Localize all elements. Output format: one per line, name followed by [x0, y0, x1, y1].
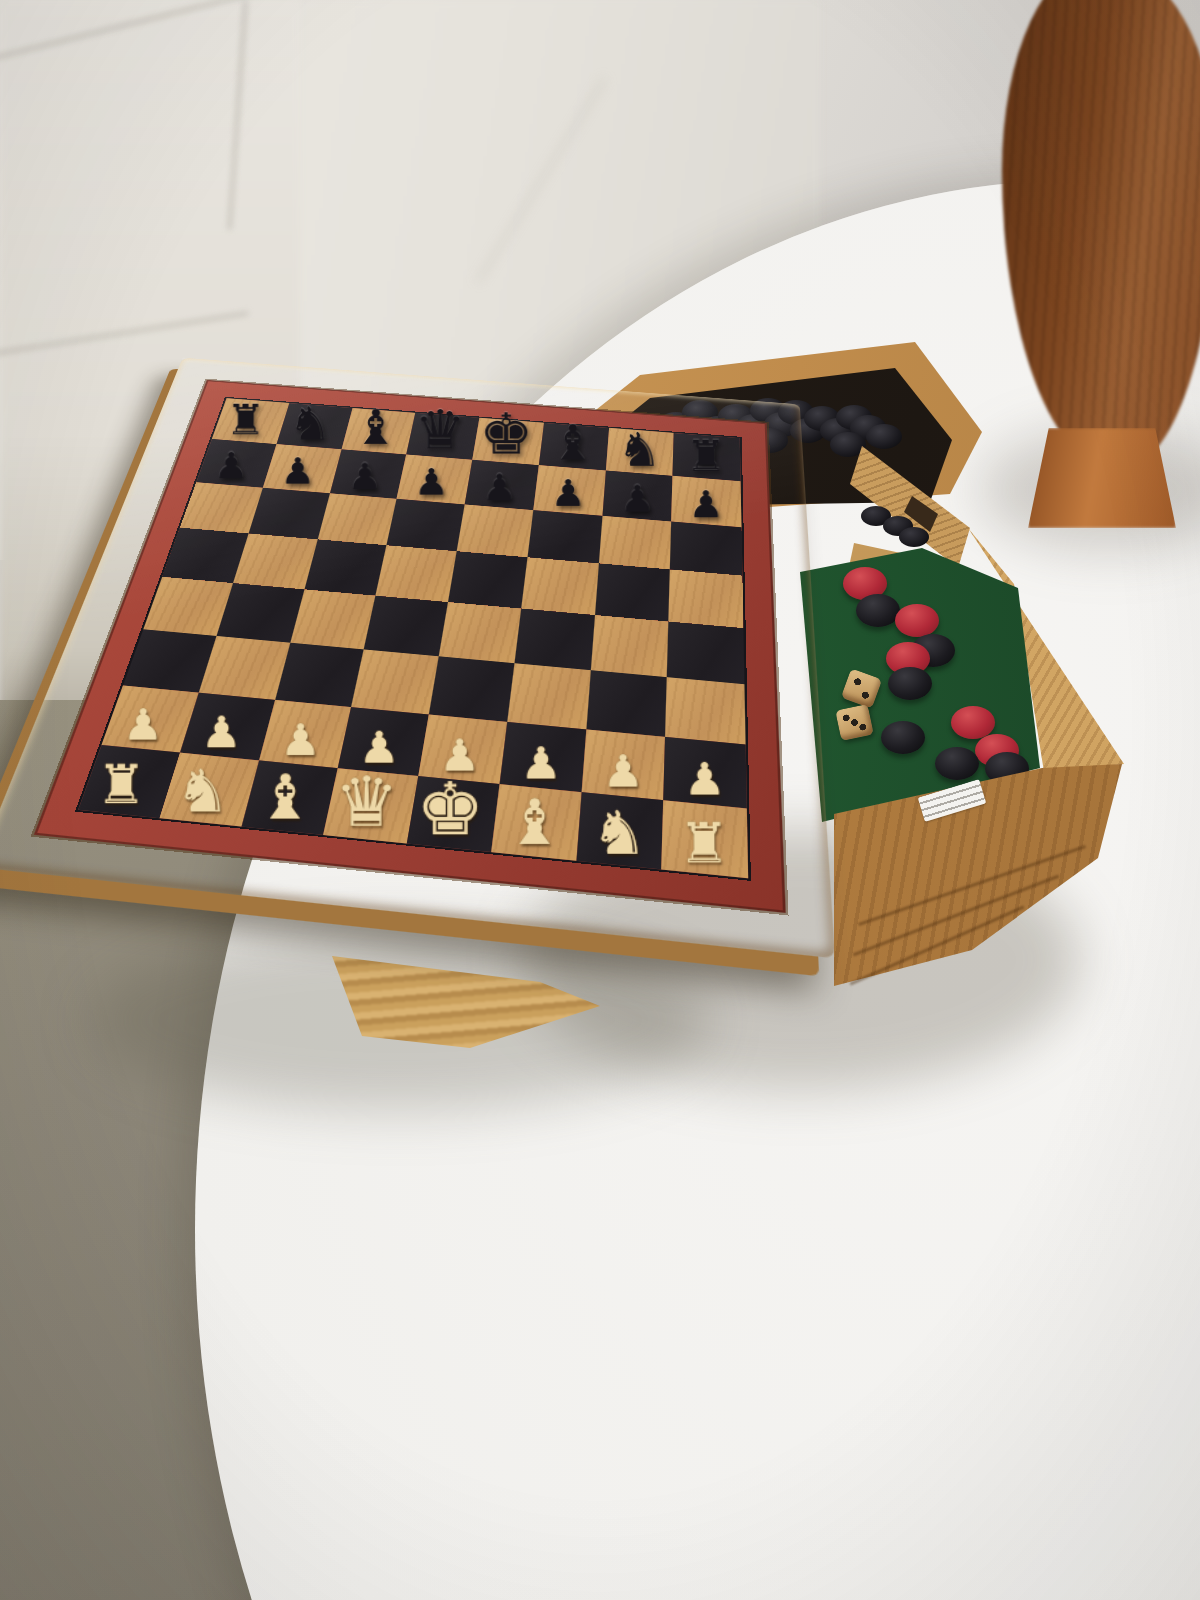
square-f6 — [527, 510, 602, 564]
square-d6 — [387, 498, 465, 551]
square-d7: ♟ — [397, 454, 472, 504]
square-c3 — [275, 642, 364, 706]
square-b6 — [248, 487, 329, 539]
board-red-border: ♜♞♝♛♚♝♞♜♟♟♟♟♟♟♟♟♟♟♟♟♟♟♟♟♜♞♝♛♚♝♞♜ — [34, 380, 786, 913]
white-bishop: ♝ — [242, 767, 326, 828]
square-e5 — [448, 551, 527, 608]
lid-shadow — [90, 930, 710, 1110]
square-h1: ♜ — [662, 800, 749, 878]
square-h4 — [667, 621, 744, 684]
square-a4 — [143, 577, 232, 636]
square-c5 — [304, 540, 387, 596]
square-b7: ♟ — [263, 444, 341, 493]
square-c4 — [290, 589, 376, 649]
square-e7: ♟ — [465, 460, 539, 510]
black-checker — [899, 527, 929, 547]
white-knight: ♞ — [161, 761, 245, 820]
black-rook: ♜ — [213, 399, 279, 441]
white-pawn: ♟ — [500, 742, 582, 786]
black-pawn: ♟ — [197, 448, 265, 484]
black-checker — [888, 667, 932, 700]
square-g1: ♞ — [576, 792, 664, 869]
black-pawn: ♟ — [671, 486, 741, 523]
black-checker — [866, 424, 902, 449]
black-checker — [935, 747, 979, 780]
square-c7: ♟ — [330, 449, 407, 498]
white-knight: ♞ — [576, 802, 661, 862]
black-pawn: ♟ — [533, 475, 602, 512]
red-checker — [895, 604, 939, 637]
black-pawn: ♟ — [465, 469, 534, 506]
white-rook: ♜ — [80, 758, 163, 811]
square-f4 — [514, 608, 594, 669]
black-pawn: ♟ — [602, 480, 671, 517]
square-b4 — [216, 583, 304, 642]
black-king: ♚ — [473, 405, 539, 462]
square-b5 — [233, 534, 317, 590]
square-g3 — [586, 670, 667, 737]
square-g7: ♟ — [602, 470, 673, 521]
square-g4 — [590, 615, 668, 677]
black-knight: ♞ — [277, 400, 343, 446]
square-f3 — [507, 663, 590, 729]
white-queen: ♛ — [325, 768, 409, 837]
board-grid: ♜♞♝♛♚♝♞♜♟♟♟♟♟♟♟♟♟♟♟♟♟♟♟♟♜♞♝♛♚♝♞♜ — [78, 398, 748, 878]
square-c2: ♟ — [258, 699, 351, 768]
white-bishop: ♝ — [492, 792, 577, 854]
square-b8: ♞ — [276, 403, 352, 449]
square-f5 — [521, 557, 598, 614]
square-d1: ♛ — [323, 768, 418, 843]
black-checker — [830, 432, 866, 457]
square-c8: ♝ — [341, 408, 415, 454]
square-e3 — [429, 656, 514, 721]
square-g2: ♟ — [581, 729, 665, 801]
white-pawn: ♟ — [581, 749, 663, 794]
square-f1: ♝ — [491, 784, 581, 860]
square-h5 — [669, 570, 744, 628]
square-d3 — [351, 649, 438, 714]
black-checker — [881, 721, 925, 754]
square-h2: ♟ — [664, 736, 747, 808]
white-pawn: ♟ — [181, 711, 261, 754]
square-h6 — [670, 521, 742, 576]
photo-scene: ♜♞♝♛♚♝♞♜♟♟♟♟♟♟♟♟♟♟♟♟♟♟♟♟♜♞♝♛♚♝♞♜ — [0, 0, 1200, 1600]
square-d8: ♛ — [406, 413, 479, 460]
square-a5 — [162, 528, 248, 583]
square-g8: ♞ — [605, 428, 674, 476]
square-e6 — [457, 504, 533, 557]
square-c1: ♝ — [241, 761, 338, 835]
black-pawn: ♟ — [264, 453, 332, 489]
white-pawn: ♟ — [664, 757, 747, 802]
square-f7: ♟ — [533, 465, 605, 515]
square-e1: ♚ — [407, 776, 499, 852]
black-pawn: ♟ — [398, 464, 466, 501]
white-rook: ♜ — [662, 816, 748, 871]
black-checker — [856, 594, 900, 627]
black-queen: ♛ — [407, 403, 473, 457]
white-pawn: ♟ — [103, 704, 183, 747]
square-g5 — [594, 564, 670, 622]
black-rook: ♜ — [673, 435, 741, 478]
wooden-vessel-base — [1028, 428, 1176, 528]
black-bishop: ♝ — [539, 419, 606, 467]
square-d4 — [364, 596, 448, 656]
square-g6 — [598, 515, 671, 569]
white-pawn: ♟ — [259, 719, 340, 763]
square-h8: ♜ — [673, 433, 741, 481]
black-knight: ♞ — [606, 426, 673, 472]
square-h3 — [665, 677, 745, 744]
black-bishop: ♝ — [342, 404, 408, 452]
white-king: ♚ — [408, 772, 492, 845]
square-d5 — [376, 545, 457, 602]
black-checker — [985, 752, 1029, 785]
square-f2: ♟ — [499, 721, 586, 792]
square-h7: ♟ — [671, 476, 741, 527]
square-c6 — [317, 493, 397, 546]
square-f8: ♝ — [539, 423, 609, 470]
square-e4 — [439, 602, 521, 663]
square-e8: ♚ — [472, 418, 543, 465]
black-pawn: ♟ — [330, 458, 398, 494]
